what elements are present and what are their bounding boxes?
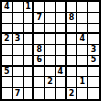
sudoku-cell-r6c3[interactable] xyxy=(24,56,35,67)
sudoku-cell-r9c4[interactable] xyxy=(34,88,45,99)
sudoku-cell-r5c3[interactable] xyxy=(24,45,35,56)
sudoku-cell-r2c7[interactable]: 8 xyxy=(67,13,78,24)
sudoku-cell-r7c5[interactable] xyxy=(45,67,56,78)
sudoku-cell-r5c6[interactable] xyxy=(56,45,67,56)
sudoku-cell-r7c7[interactable] xyxy=(67,67,78,78)
sudoku-cell-r8c2[interactable] xyxy=(13,77,24,88)
sudoku-cell-r4c3[interactable] xyxy=(24,34,35,45)
sudoku-cell-r7c8[interactable] xyxy=(77,67,88,78)
sudoku-cell-r9c7[interactable]: 2 xyxy=(67,88,78,99)
sudoku-cell-r3c9[interactable] xyxy=(88,24,99,35)
sudoku-cell-r6c7[interactable] xyxy=(67,56,78,67)
sudoku-cell-r4c7[interactable] xyxy=(67,34,78,45)
sudoku-cell-r4c9[interactable] xyxy=(88,34,99,45)
sudoku-cell-r3c2[interactable] xyxy=(13,24,24,35)
sudoku-cell-r5c2[interactable] xyxy=(13,45,24,56)
sudoku-cell-r5c4[interactable]: 8 xyxy=(34,45,45,56)
sudoku-cell-r8c4[interactable] xyxy=(34,77,45,88)
sudoku-cell-r3c5[interactable] xyxy=(45,24,56,35)
sudoku-cell-r7c2[interactable] xyxy=(13,67,24,78)
sudoku-cell-r1c1[interactable]: 4 xyxy=(2,2,13,13)
sudoku-cell-r7c6[interactable]: 4 xyxy=(56,67,67,78)
sudoku-cell-r3c1[interactable] xyxy=(2,24,13,35)
sudoku-cell-r7c4[interactable] xyxy=(34,67,45,78)
sudoku-cell-r9c6[interactable] xyxy=(56,88,67,99)
sudoku-cell-r1c7[interactable] xyxy=(67,2,78,13)
sudoku-cell-r2c9[interactable] xyxy=(88,13,99,24)
sudoku-cell-r8c8[interactable]: 1 xyxy=(77,77,88,88)
sudoku-cell-r6c8[interactable] xyxy=(77,56,88,67)
sudoku-cell-r3c4[interactable] xyxy=(34,24,45,35)
sudoku-cell-r4c8[interactable]: 4 xyxy=(77,34,88,45)
sudoku-cell-r5c9[interactable]: 3 xyxy=(88,45,99,56)
sudoku-cell-r7c9[interactable] xyxy=(88,67,99,78)
sudoku-cell-r4c1[interactable]: 2 xyxy=(2,34,13,45)
sudoku-cell-r6c4[interactable]: 6 xyxy=(34,56,45,67)
sudoku-cell-r4c2[interactable]: 3 xyxy=(13,34,24,45)
sudoku-cell-r6c6[interactable] xyxy=(56,56,67,67)
sudoku-cell-r5c8[interactable] xyxy=(77,45,88,56)
sudoku-board: 41782348365542172 xyxy=(0,0,101,101)
sudoku-cell-r2c6[interactable] xyxy=(56,13,67,24)
sudoku-cell-r6c9[interactable]: 5 xyxy=(88,56,99,67)
sudoku-cell-r5c5[interactable] xyxy=(45,45,56,56)
sudoku-cell-r8c6[interactable] xyxy=(56,77,67,88)
sudoku-cell-r2c5[interactable] xyxy=(45,13,56,24)
sudoku-cell-r7c1[interactable]: 5 xyxy=(2,67,13,78)
sudoku-cell-r5c1[interactable] xyxy=(2,45,13,56)
sudoku-cell-r8c3[interactable] xyxy=(24,77,35,88)
sudoku-cell-r4c6[interactable] xyxy=(56,34,67,45)
sudoku-cell-r1c4[interactable] xyxy=(34,2,45,13)
sudoku-cell-r3c8[interactable] xyxy=(77,24,88,35)
sudoku-cell-r5c7[interactable] xyxy=(67,45,78,56)
sudoku-cell-r9c8[interactable] xyxy=(77,88,88,99)
sudoku-cell-r3c3[interactable] xyxy=(24,24,35,35)
sudoku-cell-r4c4[interactable] xyxy=(34,34,45,45)
sudoku-cell-r9c1[interactable] xyxy=(2,88,13,99)
sudoku-cell-r2c1[interactable] xyxy=(2,13,13,24)
sudoku-cell-r6c5[interactable] xyxy=(45,56,56,67)
sudoku-cell-r6c2[interactable] xyxy=(13,56,24,67)
sudoku-cell-r1c6[interactable] xyxy=(56,2,67,13)
sudoku-cell-r8c5[interactable]: 2 xyxy=(45,77,56,88)
sudoku-cell-r9c2[interactable]: 7 xyxy=(13,88,24,99)
sudoku-cell-r1c2[interactable] xyxy=(13,2,24,13)
sudoku-cell-r1c8[interactable] xyxy=(77,2,88,13)
sudoku-cell-r9c3[interactable] xyxy=(24,88,35,99)
sudoku-cell-r2c4[interactable]: 7 xyxy=(34,13,45,24)
sudoku-cell-r2c2[interactable] xyxy=(13,13,24,24)
sudoku-cell-r9c9[interactable] xyxy=(88,88,99,99)
sudoku-cell-r8c9[interactable] xyxy=(88,77,99,88)
sudoku-cell-r1c9[interactable] xyxy=(88,2,99,13)
sudoku-cell-r3c6[interactable] xyxy=(56,24,67,35)
sudoku-cell-r8c1[interactable] xyxy=(2,77,13,88)
sudoku-cell-r3c7[interactable] xyxy=(67,24,78,35)
sudoku-cell-r9c5[interactable] xyxy=(45,88,56,99)
sudoku-cell-r2c3[interactable] xyxy=(24,13,35,24)
sudoku-cell-r1c5[interactable] xyxy=(45,2,56,13)
sudoku-cell-r6c1[interactable] xyxy=(2,56,13,67)
sudoku-cell-r8c7[interactable] xyxy=(67,77,78,88)
sudoku-cell-r7c3[interactable] xyxy=(24,67,35,78)
sudoku-cell-r4c5[interactable] xyxy=(45,34,56,45)
sudoku-cell-r2c8[interactable] xyxy=(77,13,88,24)
sudoku-cell-r1c3[interactable]: 1 xyxy=(24,2,35,13)
